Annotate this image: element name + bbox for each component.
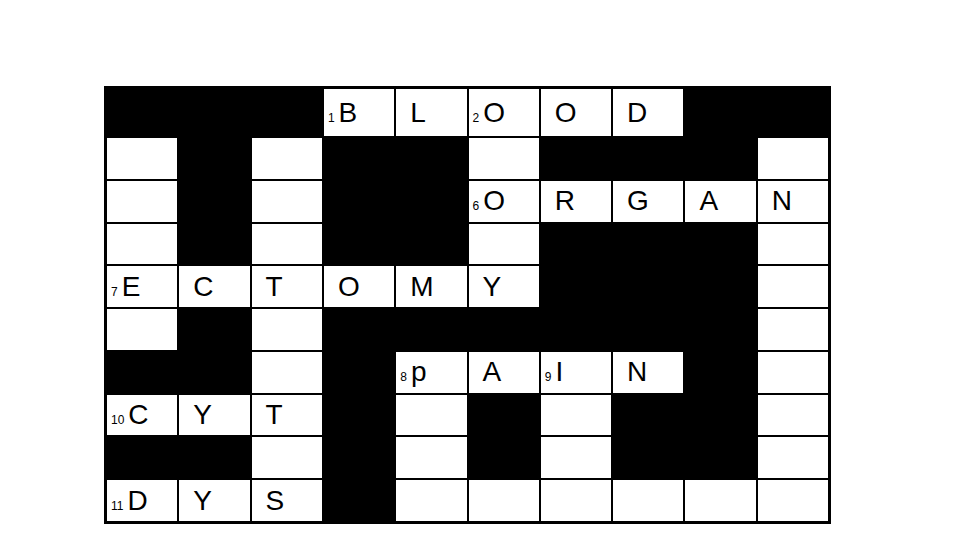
cell-r9c9-block bbox=[684, 436, 756, 479]
cell-letter: N bbox=[627, 356, 647, 387]
cell-letter: R bbox=[555, 185, 575, 216]
cell-r10c3[interactable]: S bbox=[251, 479, 323, 522]
cell-r2c4-block bbox=[323, 137, 395, 180]
cell-letter: C bbox=[193, 271, 213, 302]
clue-number: 10 bbox=[111, 413, 124, 427]
clue-number: 11 bbox=[111, 499, 123, 513]
cell-letter: S bbox=[266, 485, 285, 516]
cell-r10c7[interactable] bbox=[540, 479, 612, 522]
cell-r2c6[interactable] bbox=[468, 137, 540, 180]
cell-letter: O bbox=[483, 97, 505, 128]
cell-r10c6[interactable] bbox=[468, 479, 540, 522]
page: 1BL2OOD6ORGAN7ECTOMY8pA9IN10CYT11DYS bbox=[0, 0, 960, 540]
cell-r5c9-block bbox=[684, 265, 756, 308]
cell-r6c7-block bbox=[540, 308, 612, 351]
cell-letter: Y bbox=[193, 485, 212, 516]
cell-letter: E bbox=[122, 271, 141, 302]
cell-r1c7[interactable]: O bbox=[540, 88, 612, 137]
cell-r5c7-block bbox=[540, 265, 612, 308]
clue-number: 6 bbox=[473, 199, 480, 213]
cell-letter: A bbox=[699, 185, 718, 216]
clue-number: 7 bbox=[111, 285, 118, 299]
cell-content: N bbox=[617, 358, 647, 386]
cell-r5c1[interactable]: 7E bbox=[106, 265, 178, 308]
cell-r10c2[interactable]: Y bbox=[178, 479, 250, 522]
cell-r5c8-block bbox=[612, 265, 684, 308]
cell-content: O bbox=[545, 99, 577, 127]
cell-r1c6[interactable]: 2O bbox=[468, 88, 540, 137]
cell-letter: p bbox=[411, 356, 427, 387]
cell-r9c10[interactable] bbox=[757, 436, 829, 479]
clue-number: 2 bbox=[473, 111, 480, 125]
cell-r4c10[interactable] bbox=[757, 223, 829, 266]
cell-content: T bbox=[256, 401, 283, 429]
cell-letter: D bbox=[127, 485, 147, 516]
cell-letter: A bbox=[483, 356, 502, 387]
cell-r2c9-block bbox=[684, 137, 756, 180]
cell-r3c6[interactable]: 6O bbox=[468, 180, 540, 223]
cell-content: 8p bbox=[400, 358, 426, 386]
cell-r9c8-block bbox=[612, 436, 684, 479]
cell-letter: Y bbox=[193, 399, 212, 430]
cell-r3c2-block bbox=[178, 180, 250, 223]
cell-letter: N bbox=[772, 185, 792, 216]
cell-content: T bbox=[256, 273, 283, 301]
cell-r3c8[interactable]: G bbox=[612, 180, 684, 223]
cell-content: A bbox=[473, 358, 502, 386]
cell-content: G bbox=[617, 187, 649, 215]
cell-content: S bbox=[256, 487, 285, 515]
cell-r9c3[interactable] bbox=[251, 436, 323, 479]
cell-r9c5[interactable] bbox=[395, 436, 467, 479]
cell-r9c7[interactable] bbox=[540, 436, 612, 479]
cell-r6c6-block bbox=[468, 308, 540, 351]
cell-r9c6-block bbox=[468, 436, 540, 479]
cell-r7c4-block bbox=[323, 351, 395, 394]
cell-r3c3[interactable] bbox=[251, 180, 323, 223]
cell-letter: Y bbox=[483, 271, 502, 302]
cell-r10c8[interactable] bbox=[612, 479, 684, 522]
cell-r1c9-block bbox=[684, 88, 756, 137]
cell-content: Y bbox=[183, 487, 212, 515]
cell-r1c4[interactable]: 1B bbox=[323, 88, 395, 137]
cell-r10c1[interactable]: 11D bbox=[106, 479, 178, 522]
cell-r8c10[interactable] bbox=[757, 394, 829, 437]
cell-r1c2-block bbox=[178, 88, 250, 137]
cell-r2c1[interactable] bbox=[106, 137, 178, 180]
cell-r4c1[interactable] bbox=[106, 223, 178, 266]
cell-r9c4-block bbox=[323, 436, 395, 479]
cell-letter: I bbox=[555, 356, 563, 387]
cell-letter: O bbox=[483, 185, 505, 216]
cell-r3c10[interactable]: N bbox=[757, 180, 829, 223]
cell-r2c5-block bbox=[395, 137, 467, 180]
cell-content: L bbox=[400, 99, 426, 127]
crossword-board: 1BL2OOD6ORGAN7ECTOMY8pA9IN10CYT11DYS bbox=[104, 86, 831, 524]
cell-content: O bbox=[328, 273, 360, 301]
cell-r8c9-block bbox=[684, 394, 756, 437]
cell-r4c2-block bbox=[178, 223, 250, 266]
cell-r10c5[interactable] bbox=[395, 479, 467, 522]
cell-r1c3-block bbox=[251, 88, 323, 137]
cell-letter: B bbox=[339, 97, 358, 128]
cell-r8c1[interactable]: 10C bbox=[106, 394, 178, 437]
cell-r6c8-block bbox=[612, 308, 684, 351]
cell-content: R bbox=[545, 187, 575, 215]
cell-content: 6O bbox=[473, 187, 505, 215]
cell-content: N bbox=[762, 187, 792, 215]
cell-r8c5[interactable] bbox=[395, 394, 467, 437]
cell-r3c4-block bbox=[323, 180, 395, 223]
cell-r6c2-block bbox=[178, 308, 250, 351]
cell-r8c4-block bbox=[323, 394, 395, 437]
cell-r5c5[interactable]: M bbox=[395, 265, 467, 308]
cell-r4c8-block bbox=[612, 223, 684, 266]
cell-content: 1B bbox=[328, 99, 357, 127]
cell-r10c9[interactable] bbox=[684, 479, 756, 522]
cell-r5c2[interactable]: C bbox=[178, 265, 250, 308]
cell-letter: O bbox=[338, 271, 360, 302]
cell-content: M bbox=[400, 273, 433, 301]
cell-r10c10[interactable] bbox=[757, 479, 829, 522]
cell-r10c4-block bbox=[323, 479, 395, 522]
clue-number: 1 bbox=[328, 111, 335, 125]
cell-content: D bbox=[617, 99, 647, 127]
cell-r7c7[interactable]: 9I bbox=[540, 351, 612, 394]
cell-r2c2-block bbox=[178, 137, 250, 180]
cell-r1c8[interactable]: D bbox=[612, 88, 684, 137]
cell-content: 7E bbox=[111, 273, 140, 301]
cell-r2c7-block bbox=[540, 137, 612, 180]
cell-content: C bbox=[183, 273, 213, 301]
cell-letter: T bbox=[266, 271, 283, 302]
cell-r1c5[interactable]: L bbox=[395, 88, 467, 137]
cell-letter: D bbox=[627, 97, 647, 128]
cell-r3c9[interactable]: A bbox=[684, 180, 756, 223]
cell-r8c8-block bbox=[612, 394, 684, 437]
cell-r6c10[interactable] bbox=[757, 308, 829, 351]
cell-r2c3[interactable] bbox=[251, 137, 323, 180]
cell-r1c1-block bbox=[106, 88, 178, 137]
cell-r1c10-block bbox=[757, 88, 829, 137]
cell-r5c3[interactable]: T bbox=[251, 265, 323, 308]
cell-letter: C bbox=[128, 399, 148, 430]
cell-r6c1[interactable] bbox=[106, 308, 178, 351]
cell-r7c6[interactable]: A bbox=[468, 351, 540, 394]
cell-r4c9-block bbox=[684, 223, 756, 266]
cell-r6c4-block bbox=[323, 308, 395, 351]
cell-content: 2O bbox=[473, 99, 505, 127]
cell-r8c2[interactable]: Y bbox=[178, 394, 250, 437]
cell-r3c1[interactable] bbox=[106, 180, 178, 223]
cell-r6c5-block bbox=[395, 308, 467, 351]
cell-letter: L bbox=[410, 97, 426, 128]
cell-r3c5-block bbox=[395, 180, 467, 223]
cell-r7c2-block bbox=[178, 351, 250, 394]
cell-r8c7[interactable] bbox=[540, 394, 612, 437]
cell-r6c3[interactable] bbox=[251, 308, 323, 351]
cell-content: 11D bbox=[111, 487, 148, 515]
cell-content: Y bbox=[473, 273, 502, 301]
cell-r4c7-block bbox=[540, 223, 612, 266]
cell-letter: T bbox=[266, 399, 283, 430]
cell-letter: M bbox=[410, 271, 433, 302]
cell-r4c5-block bbox=[395, 223, 467, 266]
cell-r9c1-block bbox=[106, 436, 178, 479]
cell-r5c4[interactable]: O bbox=[323, 265, 395, 308]
cell-r5c10[interactable] bbox=[757, 265, 829, 308]
cell-r2c8-block bbox=[612, 137, 684, 180]
cell-content: 10C bbox=[111, 401, 149, 429]
cell-letter: O bbox=[555, 97, 577, 128]
cell-r7c5[interactable]: 8p bbox=[395, 351, 467, 394]
cell-r7c9-block bbox=[684, 351, 756, 394]
cell-r9c2-block bbox=[178, 436, 250, 479]
cell-r4c6[interactable] bbox=[468, 223, 540, 266]
cell-r6c9-block bbox=[684, 308, 756, 351]
cell-letter: G bbox=[627, 185, 649, 216]
clue-number: 8 bbox=[400, 370, 407, 384]
cell-r2c10[interactable] bbox=[757, 137, 829, 180]
cell-r4c4-block bbox=[323, 223, 395, 266]
cell-r4c3[interactable] bbox=[251, 223, 323, 266]
cell-r3c7[interactable]: R bbox=[540, 180, 612, 223]
cell-r5c6[interactable]: Y bbox=[468, 265, 540, 308]
cell-content: 9I bbox=[545, 358, 563, 386]
cell-r7c8[interactable]: N bbox=[612, 351, 684, 394]
cell-content: A bbox=[689, 187, 718, 215]
cell-r8c3[interactable]: T bbox=[251, 394, 323, 437]
clue-number: 9 bbox=[545, 370, 552, 384]
cell-r8c6-block bbox=[468, 394, 540, 437]
cell-r7c3[interactable] bbox=[251, 351, 323, 394]
cell-r7c10[interactable] bbox=[757, 351, 829, 394]
cell-r7c1-block bbox=[106, 351, 178, 394]
cell-content: Y bbox=[183, 401, 212, 429]
